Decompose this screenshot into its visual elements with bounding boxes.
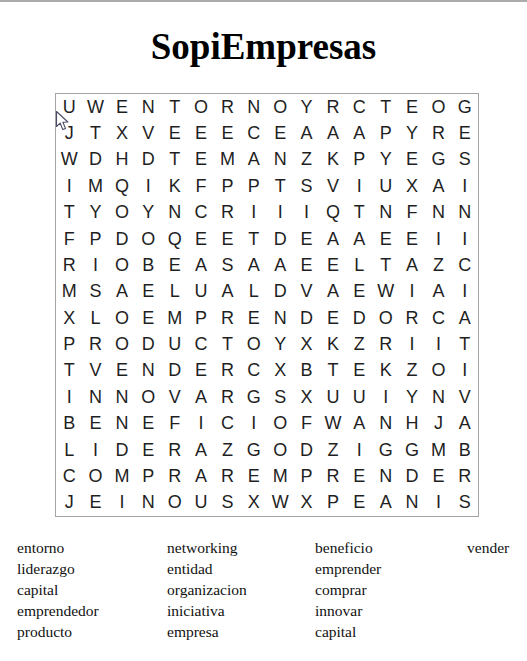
grid-cell[interactable]: A <box>320 279 346 305</box>
grid-cell[interactable]: E <box>109 94 135 120</box>
word-column: entornoliderazgocapitalemprendedorproduc… <box>17 537 99 642</box>
grid-cell[interactable]: M <box>56 279 82 305</box>
grid-cell[interactable]: P <box>214 173 240 199</box>
grid-cell[interactable]: N <box>135 490 161 516</box>
grid-cell[interactable]: V <box>320 173 346 199</box>
grid-cell[interactable]: E <box>346 358 372 384</box>
grid-cell[interactable]: E <box>135 411 161 437</box>
grid-cell[interactable]: L <box>56 437 82 463</box>
grid-cell[interactable]: I <box>346 173 372 199</box>
grid-cell[interactable]: Z <box>320 437 346 463</box>
grid-cell[interactable]: R <box>162 437 188 463</box>
grid-cell[interactable]: K <box>162 173 188 199</box>
grid-cell[interactable]: G <box>399 437 425 463</box>
grid-cell[interactable]: N <box>425 200 451 226</box>
grid-cell[interactable]: A <box>425 279 451 305</box>
grid-cell[interactable]: P <box>135 463 161 489</box>
grid-cell[interactable]: A <box>373 490 399 516</box>
word-item: organizacion <box>167 579 247 600</box>
word-item: networking <box>167 537 247 558</box>
grid-cell[interactable]: E <box>425 463 451 489</box>
grid-cell[interactable]: V <box>82 358 108 384</box>
grid-cell[interactable]: R <box>452 463 478 489</box>
grid-cell[interactable]: I <box>293 200 319 226</box>
grid-cell[interactable]: D <box>109 226 135 252</box>
word-item: beneficio <box>315 537 381 558</box>
grid-cell[interactable]: M <box>109 463 135 489</box>
grid-cell[interactable]: J <box>56 490 82 516</box>
grid-cell[interactable]: D <box>162 358 188 384</box>
word-item: vender <box>467 537 509 558</box>
grid-cell[interactable]: N <box>82 384 108 410</box>
grid-cell[interactable]: E <box>346 279 372 305</box>
grid-cell[interactable]: E <box>267 120 293 146</box>
grid-cell[interactable]: X <box>293 331 319 357</box>
grid-cell[interactable]: O <box>425 358 451 384</box>
grid-cell[interactable]: I <box>109 490 135 516</box>
grid-cell[interactable]: U <box>346 384 372 410</box>
grid-cell[interactable]: N <box>373 411 399 437</box>
grid-cell[interactable]: L <box>241 279 267 305</box>
grid-cell[interactable]: R <box>214 384 240 410</box>
grid-cell[interactable]: A <box>346 120 372 146</box>
grid-cell[interactable]: T <box>373 94 399 120</box>
grid-cell[interactable]: Z <box>293 147 319 173</box>
grid-cell[interactable]: K <box>373 358 399 384</box>
grid-cell[interactable]: D <box>135 331 161 357</box>
grid-cell[interactable]: L <box>82 305 108 331</box>
grid-cell[interactable]: A <box>188 437 214 463</box>
grid-cell[interactable]: L <box>346 252 372 278</box>
grid-cell[interactable]: H <box>399 411 425 437</box>
word-item: capital <box>17 579 99 600</box>
grid-cell[interactable]: D <box>109 437 135 463</box>
grid-cell[interactable]: P <box>293 463 319 489</box>
grid-cell[interactable]: V <box>135 120 161 146</box>
grid-cell[interactable]: R <box>214 358 240 384</box>
grid-cell[interactable]: N <box>425 384 451 410</box>
grid-cell[interactable]: X <box>293 490 319 516</box>
grid-cell[interactable]: H <box>109 147 135 173</box>
grid-cell[interactable]: G <box>373 437 399 463</box>
grid-cell[interactable]: E <box>162 252 188 278</box>
grid-cell[interactable]: Z <box>425 252 451 278</box>
word-item: innovar <box>315 600 381 621</box>
grid-cell[interactable]: C <box>346 94 372 120</box>
grid-cell[interactable]: U <box>56 94 82 120</box>
grid-cell[interactable]: T <box>373 252 399 278</box>
grid-cell[interactable]: T <box>241 226 267 252</box>
grid-cell[interactable]: A <box>399 252 425 278</box>
grid-cell[interactable]: E <box>188 147 214 173</box>
grid-cell[interactable]: N <box>267 147 293 173</box>
grid-cell[interactable]: R <box>214 94 240 120</box>
grid-cell[interactable]: D <box>293 437 319 463</box>
grid-cell[interactable]: V <box>162 384 188 410</box>
grid-cell[interactable]: T <box>162 147 188 173</box>
grid-cell[interactable]: U <box>188 279 214 305</box>
grid-cell[interactable]: I <box>425 331 451 357</box>
grid-cell[interactable]: I <box>399 331 425 357</box>
grid-cell[interactable]: D <box>267 226 293 252</box>
grid-cell[interactable]: N <box>162 200 188 226</box>
grid-cell[interactable]: I <box>452 173 478 199</box>
grid-cell[interactable]: R <box>320 463 346 489</box>
grid-cell[interactable]: E <box>188 120 214 146</box>
grid-cell[interactable]: B <box>293 358 319 384</box>
grid-cell[interactable]: A <box>267 252 293 278</box>
grid-cell[interactable]: V <box>452 384 478 410</box>
grid-cell[interactable]: I <box>425 490 451 516</box>
grid-cell[interactable]: R <box>56 252 82 278</box>
grid-cell[interactable]: I <box>452 358 478 384</box>
grid-cell[interactable]: I <box>56 384 82 410</box>
grid-cell[interactable]: D <box>82 147 108 173</box>
grid-cell[interactable]: F <box>162 411 188 437</box>
grid-cell[interactable]: I <box>56 173 82 199</box>
grid-cell[interactable]: T <box>267 173 293 199</box>
grid-cell[interactable]: P <box>346 147 372 173</box>
grid-cell[interactable]: N <box>241 94 267 120</box>
grid-cell[interactable]: E <box>346 490 372 516</box>
grid-cell[interactable]: I <box>267 200 293 226</box>
grid-cell[interactable]: O <box>188 94 214 120</box>
grid-cell[interactable]: F <box>293 411 319 437</box>
grid-cell[interactable]: N <box>135 358 161 384</box>
grid-cell[interactable]: N <box>109 411 135 437</box>
grid-cell[interactable]: G <box>241 384 267 410</box>
grid-cell[interactable]: A <box>109 279 135 305</box>
grid-cell[interactable]: N <box>399 490 425 516</box>
grid-cell[interactable]: A <box>452 305 478 331</box>
grid-cell[interactable]: E <box>399 94 425 120</box>
word-item: comprar <box>315 579 381 600</box>
grid-cell[interactable]: I <box>82 437 108 463</box>
grid-cell[interactable]: I <box>241 200 267 226</box>
grid-cell[interactable]: E <box>82 490 108 516</box>
grid-cell[interactable]: W <box>82 94 108 120</box>
grid-cell[interactable]: E <box>373 226 399 252</box>
grid-cell[interactable]: A <box>188 384 214 410</box>
grid-cell[interactable]: D <box>293 305 319 331</box>
word-item: empresa <box>167 621 247 642</box>
grid-cell[interactable]: N <box>373 200 399 226</box>
grid-cell[interactable]: M <box>82 173 108 199</box>
grid-cell[interactable]: D <box>346 305 372 331</box>
grid-cell[interactable]: Z <box>214 437 240 463</box>
grid-cell[interactable]: T <box>214 331 240 357</box>
grid-cell[interactable]: O <box>267 94 293 120</box>
grid-cell[interactable]: I <box>241 411 267 437</box>
word-column: beneficioemprendercomprarinnovarcapital <box>315 537 381 642</box>
grid-cell[interactable]: A <box>320 120 346 146</box>
grid-cell[interactable]: C <box>214 411 240 437</box>
grid-cell[interactable]: O <box>82 463 108 489</box>
grid-cell[interactable]: A <box>425 173 451 199</box>
grid-cell[interactable]: Y <box>267 331 293 357</box>
grid-cell[interactable]: C <box>56 463 82 489</box>
grid-cell[interactable]: O <box>241 331 267 357</box>
word-column: networkingentidadorganizacioniniciativae… <box>167 537 247 642</box>
grid-cell[interactable]: W <box>373 279 399 305</box>
grid-cell[interactable]: M <box>267 463 293 489</box>
word-item: producto <box>17 621 99 642</box>
grid-cell[interactable]: O <box>267 437 293 463</box>
grid-cell[interactable]: Y <box>135 200 161 226</box>
grid-cell[interactable]: I <box>452 226 478 252</box>
grid-cell[interactable]: Y <box>82 200 108 226</box>
grid-cell[interactable]: X <box>267 358 293 384</box>
grid-cell[interactable]: E <box>135 305 161 331</box>
grid-cell[interactable]: I <box>188 411 214 437</box>
grid-cell[interactable]: J <box>425 411 451 437</box>
grid-cell[interactable]: P <box>56 331 82 357</box>
grid-cell[interactable]: E <box>346 463 372 489</box>
grid-cell[interactable]: K <box>320 331 346 357</box>
grid-cell[interactable]: T <box>162 94 188 120</box>
grid-cell[interactable]: T <box>346 200 372 226</box>
grid-cell[interactable]: A <box>188 252 214 278</box>
grid-cell[interactable]: E <box>452 120 478 146</box>
grid-cell[interactable]: E <box>135 279 161 305</box>
grid-cell[interactable]: P <box>320 490 346 516</box>
grid-cell[interactable]: I <box>82 252 108 278</box>
grid-cell[interactable]: S <box>452 147 478 173</box>
grid-cell[interactable]: O <box>425 94 451 120</box>
grid-cell[interactable]: O <box>109 252 135 278</box>
grid-cell[interactable]: R <box>399 305 425 331</box>
grid-cell[interactable]: K <box>320 147 346 173</box>
grid-cell[interactable]: T <box>56 358 82 384</box>
word-item: emprender <box>315 558 381 579</box>
grid-cell[interactable]: E <box>188 226 214 252</box>
grid-cell[interactable]: E <box>135 437 161 463</box>
grid-cell[interactable]: Y <box>399 384 425 410</box>
grid-cell[interactable]: E <box>399 147 425 173</box>
grid-cell[interactable]: A <box>293 120 319 146</box>
grid-cell[interactable]: T <box>82 120 108 146</box>
grid-cell[interactable]: E <box>162 120 188 146</box>
grid-cell[interactable]: S <box>214 490 240 516</box>
grid-cell[interactable]: N <box>135 94 161 120</box>
grid-cell[interactable]: F <box>188 173 214 199</box>
grid-cell[interactable]: R <box>320 94 346 120</box>
grid-cell[interactable]: E <box>293 252 319 278</box>
grid-cell[interactable]: O <box>109 331 135 357</box>
grid-cell[interactable]: E <box>109 358 135 384</box>
page-title: SopiEmpresas <box>0 27 527 68</box>
grid-cell[interactable]: M <box>214 147 240 173</box>
grid-cell[interactable]: F <box>56 226 82 252</box>
grid-cell[interactable]: N <box>452 200 478 226</box>
grid-cell[interactable]: M <box>425 437 451 463</box>
grid-cell[interactable]: O <box>135 384 161 410</box>
grid-cell[interactable]: Q <box>320 200 346 226</box>
grid-cell[interactable]: D <box>267 279 293 305</box>
grid-cell[interactable]: S <box>82 279 108 305</box>
grid-cell[interactable]: O <box>267 411 293 437</box>
grid-cell[interactable]: C <box>241 120 267 146</box>
grid-cell[interactable]: X <box>293 384 319 410</box>
grid-cell[interactable]: C <box>452 252 478 278</box>
grid-cell[interactable]: R <box>425 120 451 146</box>
grid-cell[interactable]: Q <box>109 173 135 199</box>
grid-cell[interactable]: E <box>82 411 108 437</box>
grid-cell[interactable]: Y <box>293 94 319 120</box>
grid-cell[interactable]: O <box>162 490 188 516</box>
grid-cell[interactable]: A <box>214 279 240 305</box>
grid-cell[interactable]: B <box>135 252 161 278</box>
grid-cell[interactable]: I <box>135 173 161 199</box>
grid-cell[interactable]: G <box>241 437 267 463</box>
grid-cell[interactable]: R <box>373 331 399 357</box>
grid-cell[interactable]: C <box>188 200 214 226</box>
grid-cell[interactable]: T <box>452 331 478 357</box>
grid-cell[interactable]: A <box>241 252 267 278</box>
grid-cell[interactable]: P <box>373 120 399 146</box>
grid-cell[interactable]: E <box>241 463 267 489</box>
grid-cell[interactable]: A <box>241 147 267 173</box>
grid-cell[interactable]: X <box>241 490 267 516</box>
grid-cell[interactable]: R <box>82 331 108 357</box>
grid-cell[interactable]: B <box>56 411 82 437</box>
grid-cell[interactable]: C <box>188 331 214 357</box>
grid-cell[interactable]: X <box>399 173 425 199</box>
grid-cell[interactable]: E <box>214 120 240 146</box>
grid-cell[interactable]: E <box>293 226 319 252</box>
grid-cell[interactable]: P <box>188 305 214 331</box>
grid-cell[interactable]: W <box>56 147 82 173</box>
word-item: capital <box>315 621 381 642</box>
grid-cell[interactable]: D <box>399 463 425 489</box>
grid-cell[interactable]: R <box>214 305 240 331</box>
grid-cell[interactable]: E <box>241 305 267 331</box>
grid-cell[interactable]: C <box>241 358 267 384</box>
grid-cell[interactable]: C <box>425 305 451 331</box>
grid-cell[interactable]: W <box>267 490 293 516</box>
word-item: iniciativa <box>167 600 247 621</box>
word-item: liderazgo <box>17 558 99 579</box>
word-column: vender <box>467 537 509 558</box>
grid-cell[interactable]: D <box>135 147 161 173</box>
grid-cell[interactable]: A <box>346 411 372 437</box>
grid-cell[interactable]: W <box>320 411 346 437</box>
grid-cell[interactable]: U <box>320 384 346 410</box>
grid-cell[interactable]: E <box>188 358 214 384</box>
grid-cell[interactable]: E <box>320 305 346 331</box>
grid-cell[interactable]: I <box>452 279 478 305</box>
word-item: entorno <box>17 537 99 558</box>
grid-cell[interactable]: N <box>373 463 399 489</box>
grid-cell[interactable]: T <box>56 200 82 226</box>
grid-cell[interactable]: S <box>267 384 293 410</box>
grid-cell[interactable]: R <box>214 200 240 226</box>
grid-cell[interactable]: N <box>267 305 293 331</box>
grid-cell[interactable]: A <box>320 226 346 252</box>
grid-cell[interactable]: O <box>373 305 399 331</box>
grid-cell[interactable]: U <box>373 173 399 199</box>
grid-cell[interactable]: J <box>56 120 82 146</box>
grid-cell[interactable]: R <box>214 463 240 489</box>
grid-cell[interactable]: O <box>109 305 135 331</box>
word-item: entidad <box>167 558 247 579</box>
grid-cell[interactable]: B <box>452 437 478 463</box>
word-item: emprendedor <box>17 600 99 621</box>
grid-cell[interactable]: G <box>452 94 478 120</box>
grid-cell[interactable]: I <box>373 384 399 410</box>
grid-cell[interactable]: M <box>162 305 188 331</box>
grid-cell[interactable]: O <box>109 200 135 226</box>
grid-cell[interactable]: A <box>452 411 478 437</box>
top-divider-line <box>0 0 527 2</box>
grid-cell[interactable]: Z <box>399 358 425 384</box>
grid-cell[interactable]: O <box>135 226 161 252</box>
grid-cell[interactable]: T <box>320 358 346 384</box>
grid-cell[interactable]: N <box>109 384 135 410</box>
grid-cell[interactable]: A <box>346 226 372 252</box>
grid-cell[interactable]: I <box>399 279 425 305</box>
grid-cell[interactable]: S <box>452 490 478 516</box>
grid-cell[interactable]: E <box>399 226 425 252</box>
grid-cell[interactable]: U <box>188 490 214 516</box>
grid-cell[interactable]: P <box>82 226 108 252</box>
grid-cell[interactable]: R <box>162 463 188 489</box>
grid-cell[interactable]: Y <box>399 120 425 146</box>
grid-cell[interactable]: U <box>162 331 188 357</box>
grid-cell[interactable]: V <box>293 279 319 305</box>
word-list: entornoliderazgocapitalemprendedorproduc… <box>0 537 527 652</box>
grid-cell[interactable]: S <box>214 252 240 278</box>
grid-cell[interactable]: L <box>162 279 188 305</box>
grid-cell[interactable]: X <box>109 120 135 146</box>
grid-cell[interactable]: F <box>399 200 425 226</box>
grid-cell[interactable]: Q <box>162 226 188 252</box>
letter-grid[interactable]: UWENTORNOYRCTEOGJTXVEEECEAAAPYREWDHDTEMA… <box>55 93 479 517</box>
grid-cell[interactable]: Z <box>346 331 372 357</box>
grid-cell[interactable]: E <box>214 226 240 252</box>
grid-cell[interactable]: G <box>425 147 451 173</box>
grid-cell[interactable]: S <box>293 173 319 199</box>
grid-cell[interactable]: Y <box>373 147 399 173</box>
grid-cell[interactable]: E <box>320 252 346 278</box>
grid-cell[interactable]: P <box>241 173 267 199</box>
grid-cell[interactable]: X <box>56 305 82 331</box>
grid-cell[interactable]: I <box>346 437 372 463</box>
grid-cell[interactable]: A <box>188 463 214 489</box>
grid-cell[interactable]: I <box>425 226 451 252</box>
